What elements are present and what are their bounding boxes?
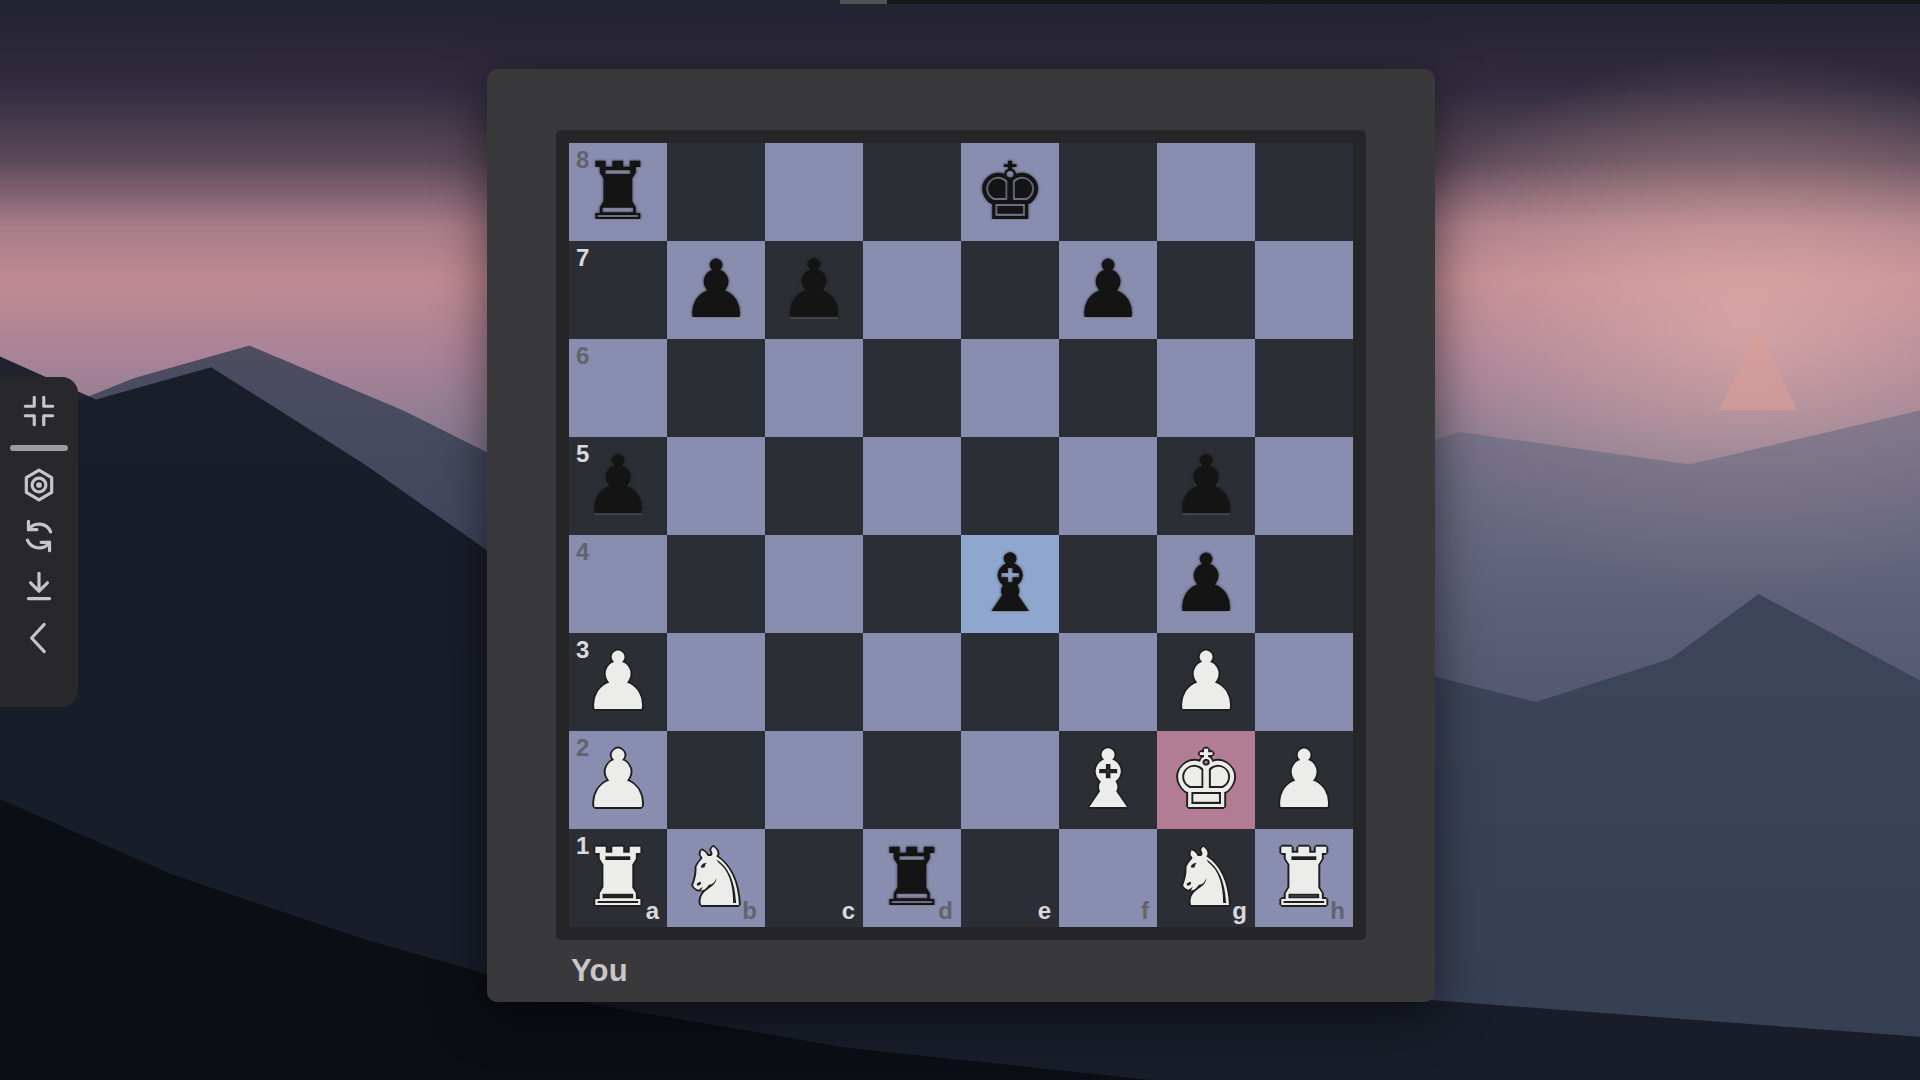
piece-white-rook-a1[interactable]: ♜: [569, 829, 667, 927]
piece-white-pawn-g3[interactable]: ♟: [1157, 633, 1255, 731]
piece-black-king-e8[interactable]: ♚: [961, 143, 1059, 241]
board-frame: 8♜♚7♟♟♟65♟♟4♝♟3♟♟2♟♝♚♟1a♜b♞cd♜efg♞h♜: [556, 130, 1366, 940]
square-h6[interactable]: [1255, 339, 1353, 437]
square-a6[interactable]: 6: [569, 339, 667, 437]
square-h2[interactable]: ♟: [1255, 731, 1353, 829]
browser-edge-strip: [840, 0, 1920, 4]
square-e6[interactable]: [961, 339, 1059, 437]
square-e4[interactable]: ♝: [961, 535, 1059, 633]
piece-black-pawn-b7[interactable]: ♟: [667, 241, 765, 339]
square-e7[interactable]: [961, 241, 1059, 339]
square-c7[interactable]: ♟: [765, 241, 863, 339]
square-b6[interactable]: [667, 339, 765, 437]
compress-icon[interactable]: [19, 392, 59, 430]
square-h7[interactable]: [1255, 241, 1353, 339]
piece-black-rook-d1[interactable]: ♜: [863, 829, 961, 927]
square-b8[interactable]: [667, 143, 765, 241]
square-d3[interactable]: [863, 633, 961, 731]
square-e2[interactable]: [961, 731, 1059, 829]
player-name: You: [571, 953, 628, 989]
screen: Stockfish (100) 8♜♚7♟♟♟65♟♟4♝♟3♟♟2♟♝♚♟1a…: [0, 0, 1920, 1080]
square-d4[interactable]: [863, 535, 961, 633]
rank-label-4: 4: [576, 540, 589, 564]
square-c6[interactable]: [765, 339, 863, 437]
toolbar-divider: [10, 445, 68, 451]
piece-black-rook-a8[interactable]: ♜: [569, 143, 667, 241]
square-d7[interactable]: [863, 241, 961, 339]
piece-white-pawn-a2[interactable]: ♟: [569, 731, 667, 829]
square-b3[interactable]: [667, 633, 765, 731]
square-f4[interactable]: [1059, 535, 1157, 633]
square-g3[interactable]: ♟: [1157, 633, 1255, 731]
square-f1[interactable]: f: [1059, 829, 1157, 927]
square-f6[interactable]: [1059, 339, 1157, 437]
square-g4[interactable]: ♟: [1157, 535, 1255, 633]
square-f7[interactable]: ♟: [1059, 241, 1157, 339]
square-e1[interactable]: e: [961, 829, 1059, 927]
square-d5[interactable]: [863, 437, 961, 535]
piece-white-pawn-a3[interactable]: ♟: [569, 633, 667, 731]
square-c8[interactable]: [765, 143, 863, 241]
chess-board: 8♜♚7♟♟♟65♟♟4♝♟3♟♟2♟♝♚♟1a♜b♞cd♜efg♞h♜: [569, 143, 1353, 927]
square-a1[interactable]: 1a♜: [569, 829, 667, 927]
square-h1[interactable]: h♜: [1255, 829, 1353, 927]
square-e3[interactable]: [961, 633, 1059, 731]
piece-white-king-g2[interactable]: ♚: [1157, 731, 1255, 829]
square-h3[interactable]: [1255, 633, 1353, 731]
piece-white-pawn-h2[interactable]: ♟: [1255, 731, 1353, 829]
settings-hexagon-icon[interactable]: [19, 466, 59, 504]
square-c2[interactable]: [765, 731, 863, 829]
square-d6[interactable]: [863, 339, 961, 437]
square-d1[interactable]: d♜: [863, 829, 961, 927]
piece-white-bishop-f2[interactable]: ♝: [1059, 731, 1157, 829]
square-g2[interactable]: ♚: [1157, 731, 1255, 829]
file-label-f: f: [1141, 899, 1149, 923]
toolbar: [0, 377, 78, 707]
square-a4[interactable]: 4: [569, 535, 667, 633]
square-f5[interactable]: [1059, 437, 1157, 535]
square-a3[interactable]: 3♟: [569, 633, 667, 731]
square-c5[interactable]: [765, 437, 863, 535]
square-b2[interactable]: [667, 731, 765, 829]
square-h8[interactable]: [1255, 143, 1353, 241]
square-d2[interactable]: [863, 731, 961, 829]
piece-black-pawn-g5[interactable]: ♟: [1157, 437, 1255, 535]
piece-black-pawn-g4[interactable]: ♟: [1157, 535, 1255, 633]
piece-black-pawn-f7[interactable]: ♟: [1059, 241, 1157, 339]
piece-black-pawn-a5[interactable]: ♟: [569, 437, 667, 535]
square-a5[interactable]: 5♟: [569, 437, 667, 535]
download-icon[interactable]: [19, 568, 59, 606]
rank-label-7: 7: [576, 246, 589, 270]
square-g1[interactable]: g♞: [1157, 829, 1255, 927]
rank-label-6: 6: [576, 344, 589, 368]
square-c4[interactable]: [765, 535, 863, 633]
square-h4[interactable]: [1255, 535, 1353, 633]
square-b1[interactable]: b♞: [667, 829, 765, 927]
square-a8[interactable]: 8♜: [569, 143, 667, 241]
square-c3[interactable]: [765, 633, 863, 731]
piece-white-knight-g1[interactable]: ♞: [1157, 829, 1255, 927]
piece-black-pawn-c7[interactable]: ♟: [765, 241, 863, 339]
file-label-c: c: [842, 899, 855, 923]
square-h5[interactable]: [1255, 437, 1353, 535]
square-g8[interactable]: [1157, 143, 1255, 241]
square-g5[interactable]: ♟: [1157, 437, 1255, 535]
square-d8[interactable]: [863, 143, 961, 241]
square-g7[interactable]: [1157, 241, 1255, 339]
piece-white-knight-b1[interactable]: ♞: [667, 829, 765, 927]
square-g6[interactable]: [1157, 339, 1255, 437]
square-b4[interactable]: [667, 535, 765, 633]
square-e5[interactable]: [961, 437, 1059, 535]
piece-white-rook-h1[interactable]: ♜: [1255, 829, 1353, 927]
square-f8[interactable]: [1059, 143, 1157, 241]
square-b7[interactable]: ♟: [667, 241, 765, 339]
square-c1[interactable]: c: [765, 829, 863, 927]
chess-panel: Stockfish (100) 8♜♚7♟♟♟65♟♟4♝♟3♟♟2♟♝♚♟1a…: [487, 69, 1435, 1002]
square-f2[interactable]: ♝: [1059, 731, 1157, 829]
piece-black-bishop-e4[interactable]: ♝: [961, 535, 1059, 633]
square-f3[interactable]: [1059, 633, 1157, 731]
square-b5[interactable]: [667, 437, 765, 535]
square-e8[interactable]: ♚: [961, 143, 1059, 241]
square-a7[interactable]: 7: [569, 241, 667, 339]
refresh-icon[interactable]: [19, 517, 59, 555]
square-a2[interactable]: 2♟: [569, 731, 667, 829]
browser-edge-strip-segment: [840, 0, 887, 4]
file-label-e: e: [1038, 899, 1051, 923]
back-chevron-icon[interactable]: [19, 619, 59, 657]
